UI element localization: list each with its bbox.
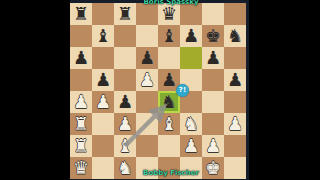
square-g7[interactable]: ♚	[202, 25, 224, 47]
square-e8[interactable]: ♛	[158, 3, 180, 25]
square-d8[interactable]	[136, 3, 158, 25]
black-pawn-d6[interactable]: ♟	[136, 47, 158, 69]
white-pawn-g2[interactable]: ♟	[202, 135, 224, 157]
black-bishop-e7[interactable]: ♝	[158, 25, 180, 47]
square-b5[interactable]: ♟	[92, 69, 114, 91]
square-f3[interactable]: ♞	[180, 113, 202, 135]
square-a2[interactable]: ♜	[70, 135, 92, 157]
black-knight-h7[interactable]: ♞	[224, 25, 246, 47]
square-b3[interactable]	[92, 113, 114, 135]
square-c1[interactable]: ♞	[114, 157, 136, 179]
square-b8[interactable]	[92, 3, 114, 25]
square-a6[interactable]: ♟	[70, 47, 92, 69]
square-a1[interactable]: ♛	[70, 157, 92, 179]
square-e2[interactable]	[158, 135, 180, 157]
square-h6[interactable]	[224, 47, 246, 69]
square-h2[interactable]	[224, 135, 246, 157]
square-d5[interactable]: ♟	[136, 69, 158, 91]
square-a5[interactable]	[70, 69, 92, 91]
square-g5[interactable]	[202, 69, 224, 91]
black-bishop-b7[interactable]: ♝	[92, 25, 114, 47]
square-g2[interactable]: ♟	[202, 135, 224, 157]
square-e6[interactable]	[158, 47, 180, 69]
square-d2[interactable]	[136, 135, 158, 157]
square-f6[interactable]	[180, 47, 202, 69]
player-name-top: Boris Spassky	[144, 0, 199, 6]
white-rook-a3[interactable]: ♜	[70, 113, 92, 135]
square-c6[interactable]	[114, 47, 136, 69]
square-a7[interactable]	[70, 25, 92, 47]
square-h3[interactable]: ♟	[224, 113, 246, 135]
square-c8[interactable]: ♜	[114, 3, 136, 25]
square-e7[interactable]: ♝	[158, 25, 180, 47]
square-b1[interactable]	[92, 157, 114, 179]
square-c7[interactable]	[114, 25, 136, 47]
video-frame: Boris Spassky ♜♜♛♝♝♟♚♞♟♟♟♟♟♟♟♟♟♟♞♜♟♝♞♟♜♝…	[0, 0, 320, 180]
white-queen-a1[interactable]: ♛	[70, 157, 92, 179]
chess-board: ♜♜♛♝♝♟♚♞♟♟♟♟♟♟♟♟♟♟♞♜♟♝♞♟♜♝♟♟♛♞♚	[70, 3, 246, 179]
black-pawn-h5[interactable]: ♟	[224, 69, 246, 91]
black-queen-e8[interactable]: ♛	[158, 3, 180, 25]
white-pawn-f2[interactable]: ♟	[180, 135, 202, 157]
white-pawn-b4[interactable]: ♟	[92, 91, 114, 113]
black-rook-a8[interactable]: ♜	[70, 3, 92, 25]
black-rook-c8[interactable]: ♜	[114, 3, 136, 25]
square-g1[interactable]: ♚	[202, 157, 224, 179]
square-f2[interactable]: ♟	[180, 135, 202, 157]
square-g6[interactable]: ♟	[202, 47, 224, 69]
square-h7[interactable]: ♞	[224, 25, 246, 47]
black-pawn-b5[interactable]: ♟	[92, 69, 114, 91]
square-a8[interactable]: ♜	[70, 3, 92, 25]
white-bishop-c2[interactable]: ♝	[114, 135, 136, 157]
square-c5[interactable]	[114, 69, 136, 91]
square-c4[interactable]: ♟	[114, 91, 136, 113]
square-b2[interactable]	[92, 135, 114, 157]
white-knight-c1[interactable]: ♞	[114, 157, 136, 179]
square-d3[interactable]	[136, 113, 158, 135]
square-c3[interactable]: ♟	[114, 113, 136, 135]
white-king-g1[interactable]: ♚	[202, 157, 224, 179]
square-g3[interactable]	[202, 113, 224, 135]
square-d7[interactable]	[136, 25, 158, 47]
white-rook-a2[interactable]: ♜	[70, 135, 92, 157]
square-c2[interactable]: ♝	[114, 135, 136, 157]
black-pawn-c4[interactable]: ♟	[114, 91, 136, 113]
square-f8[interactable]	[180, 3, 202, 25]
square-b7[interactable]: ♝	[92, 25, 114, 47]
square-g4[interactable]	[202, 91, 224, 113]
black-pawn-f7[interactable]: ♟	[180, 25, 202, 47]
white-pawn-a4[interactable]: ♟	[70, 91, 92, 113]
square-a4[interactable]: ♟	[70, 91, 92, 113]
square-h1[interactable]	[224, 157, 246, 179]
square-f7[interactable]: ♟	[180, 25, 202, 47]
black-pawn-a6[interactable]: ♟	[70, 47, 92, 69]
square-d6[interactable]: ♟	[136, 47, 158, 69]
player-name-bottom: Bobby Fischer	[143, 170, 199, 177]
square-h4[interactable]	[224, 91, 246, 113]
square-g8[interactable]	[202, 3, 224, 25]
square-h8[interactable]	[224, 3, 246, 25]
square-a3[interactable]: ♜	[70, 113, 92, 135]
black-pawn-g6[interactable]: ♟	[202, 47, 224, 69]
move-annotation-badge: ?!	[176, 84, 189, 97]
square-h5[interactable]: ♟	[224, 69, 246, 91]
white-pawn-h3[interactable]: ♟	[224, 113, 246, 135]
square-b6[interactable]	[92, 47, 114, 69]
black-king-g7[interactable]: ♚	[202, 25, 224, 47]
white-pawn-d5[interactable]: ♟	[136, 69, 158, 91]
square-d4[interactable]	[136, 91, 158, 113]
square-b4[interactable]: ♟	[92, 91, 114, 113]
white-pawn-c3[interactable]: ♟	[114, 113, 136, 135]
white-bishop-e3[interactable]: ♝	[158, 113, 180, 135]
white-knight-f3[interactable]: ♞	[180, 113, 202, 135]
square-e3[interactable]: ♝	[158, 113, 180, 135]
